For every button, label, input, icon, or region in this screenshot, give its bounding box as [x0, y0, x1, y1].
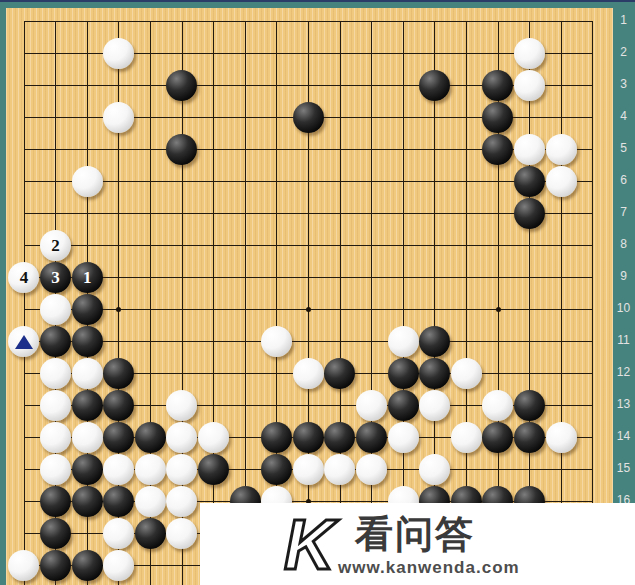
black-stone — [514, 422, 545, 453]
watermark: K 看问答 www.kanwenda.com — [200, 503, 635, 585]
black-stone — [72, 390, 103, 421]
white-stone — [419, 454, 450, 485]
row-label: 2 — [612, 45, 635, 59]
row-label: 10 — [612, 301, 635, 315]
black-stone — [135, 422, 166, 453]
white-stone — [482, 390, 513, 421]
black-stone — [419, 358, 450, 389]
row-label: 9 — [612, 269, 635, 283]
black-stone — [482, 422, 513, 453]
white-stone — [72, 358, 103, 389]
white-stone — [8, 326, 39, 357]
white-stone — [388, 326, 419, 357]
white-stone — [293, 454, 324, 485]
black-stone: 3 — [40, 262, 71, 293]
white-stone — [103, 518, 134, 549]
white-stone — [166, 486, 197, 517]
black-stone — [40, 550, 71, 581]
watermark-title: 看问答 — [355, 515, 475, 553]
move-number-label: 3 — [51, 269, 60, 286]
logo-k-glyph: K — [284, 511, 339, 579]
white-stone — [166, 390, 197, 421]
black-stone — [419, 70, 450, 101]
move-number-label: 1 — [83, 269, 92, 286]
white-stone — [514, 134, 545, 165]
white-stone — [103, 38, 134, 69]
white-stone — [166, 422, 197, 453]
white-stone — [166, 454, 197, 485]
black-stone — [482, 102, 513, 133]
white-stone — [261, 326, 292, 357]
black-stone — [514, 198, 545, 229]
black-stone — [514, 390, 545, 421]
row-label: 6 — [612, 173, 635, 187]
black-stone — [198, 454, 229, 485]
black-stone — [324, 358, 355, 389]
row-label: 13 — [612, 397, 635, 411]
white-stone: 2 — [40, 230, 71, 261]
white-stone — [40, 358, 71, 389]
row-label: 14 — [612, 429, 635, 443]
white-stone — [135, 454, 166, 485]
watermark-url: www.kanwenda.com — [338, 559, 520, 576]
white-stone — [514, 38, 545, 69]
white-stone — [514, 70, 545, 101]
go-diagram-screen: 2431 12345678910111213141516 K 看问答 www.k… — [0, 0, 635, 585]
black-stone — [166, 70, 197, 101]
stones-layer: 2431 — [8, 5, 608, 585]
black-stone — [135, 518, 166, 549]
white-stone — [356, 454, 387, 485]
white-stone — [103, 454, 134, 485]
white-stone — [40, 454, 71, 485]
black-stone — [293, 422, 324, 453]
black-stone — [103, 486, 134, 517]
white-stone — [546, 166, 577, 197]
black-stone — [40, 326, 71, 357]
black-stone — [72, 486, 103, 517]
white-stone — [419, 390, 450, 421]
triangle-marker-icon — [15, 335, 33, 349]
black-stone — [356, 422, 387, 453]
black-stone — [103, 390, 134, 421]
white-stone — [40, 390, 71, 421]
black-stone — [72, 454, 103, 485]
white-stone — [72, 166, 103, 197]
row-label: 11 — [612, 333, 635, 347]
white-stone — [103, 550, 134, 581]
white-stone — [198, 422, 229, 453]
white-stone — [451, 422, 482, 453]
row-label: 5 — [612, 141, 635, 155]
black-stone — [324, 422, 355, 453]
white-stone — [166, 518, 197, 549]
white-stone — [451, 358, 482, 389]
black-stone — [293, 102, 324, 133]
black-stone — [103, 422, 134, 453]
black-stone — [40, 518, 71, 549]
white-stone — [8, 550, 39, 581]
black-stone — [482, 134, 513, 165]
black-stone — [72, 294, 103, 325]
white-stone: 4 — [8, 262, 39, 293]
black-stone: 1 — [72, 262, 103, 293]
white-stone — [72, 422, 103, 453]
move-number-label: 2 — [51, 237, 60, 254]
white-stone — [293, 358, 324, 389]
white-stone — [388, 422, 419, 453]
row-label: 1 — [612, 13, 635, 27]
black-stone — [388, 358, 419, 389]
black-stone — [103, 358, 134, 389]
white-stone — [546, 422, 577, 453]
white-stone — [356, 390, 387, 421]
white-stone — [103, 102, 134, 133]
white-stone — [40, 294, 71, 325]
black-stone — [482, 70, 513, 101]
row-label: 8 — [612, 237, 635, 251]
black-stone — [388, 390, 419, 421]
black-stone — [72, 550, 103, 581]
black-stone — [514, 166, 545, 197]
white-stone — [546, 134, 577, 165]
row-label: 3 — [612, 77, 635, 91]
white-stone — [135, 486, 166, 517]
black-stone — [166, 134, 197, 165]
black-stone — [261, 454, 292, 485]
row-label: 12 — [612, 365, 635, 379]
white-stone — [324, 454, 355, 485]
window-top-border — [0, 0, 635, 2]
row-label: 4 — [612, 109, 635, 123]
move-number-label: 4 — [20, 269, 29, 286]
black-stone — [419, 326, 450, 357]
white-stone — [40, 422, 71, 453]
black-stone — [72, 326, 103, 357]
black-stone — [261, 422, 292, 453]
row-label: 7 — [612, 205, 635, 219]
row-label: 15 — [612, 461, 635, 475]
black-stone — [40, 486, 71, 517]
